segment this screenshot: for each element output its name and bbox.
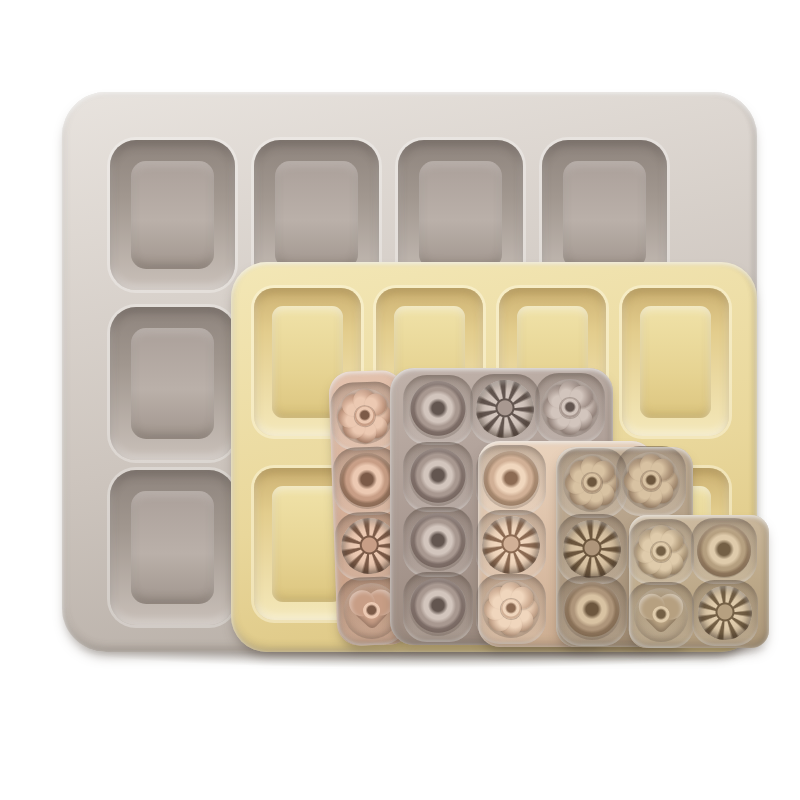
flower-mold [622,452,680,510]
cavity-floor [640,306,711,418]
flower-mold [541,379,599,437]
flower-mold [482,580,540,638]
donut-mold [409,381,467,439]
flower-mold [563,454,621,512]
donut-mold [697,524,751,578]
flower-mold [336,387,394,445]
mold-shading [409,381,467,439]
flower-center-hole [582,473,602,493]
mold-shading [563,520,621,578]
flower-center-hole [641,471,661,491]
cavity-floor [275,161,358,269]
flower-center-hole [560,398,580,418]
mold-shading [697,524,751,578]
donut-mold [482,451,540,509]
mold-shading [482,516,540,574]
flower-center-hole [501,599,521,619]
donut-mold [563,582,621,640]
cavity-floor [419,161,502,269]
swirl-mold [563,520,621,578]
mold-shading [409,578,467,636]
cavity-floor [131,491,214,604]
mold-shading [698,586,752,640]
heart-center-hole [652,606,670,624]
swirl-mold [698,586,752,640]
square-cavity [110,470,235,625]
square-cavity [110,140,235,290]
swirl-mold [482,516,540,574]
cavity-floor [131,161,214,269]
cavity-floor [131,328,214,439]
swirl-mold [476,380,534,438]
heart-mold [634,588,688,642]
donut-mold [409,448,467,506]
cavity-floor [563,161,646,269]
mold-shading [409,448,467,506]
flower-mold [634,525,688,579]
bakeware-set-photo [0,0,800,800]
donut-mold [409,578,467,636]
donut-mold [409,513,467,571]
mold-shading [409,513,467,571]
square-cavity [110,307,235,460]
mold-shading [482,451,540,509]
mold-shading [476,380,534,438]
flower-center-hole [651,542,671,562]
mold-shading [563,582,621,640]
loaf-cavity [622,288,729,436]
pan-donut-mini [629,515,769,648]
